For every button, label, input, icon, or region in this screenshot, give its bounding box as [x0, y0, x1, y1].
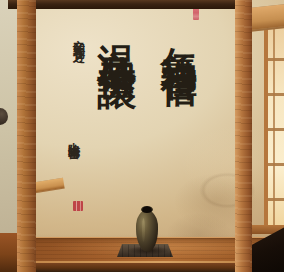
door-pull-handle — [0, 108, 8, 125]
calligraphy-column-left: 温良恭儉讓 — [95, 13, 141, 43]
ceramic-vase — [136, 210, 158, 252]
artist-seal-stamp — [73, 201, 83, 211]
calligraphy-signature: 山陰朱晞書 — [67, 133, 81, 138]
ceiling-beam — [8, 0, 238, 9]
alcove-room-photo: 仁義禮智信 温良恭儉讓 辛卯年初春之月 山陰朱晞書 — [0, 0, 284, 272]
left-floor-wood — [0, 233, 18, 272]
left-sliding-door — [0, 0, 18, 235]
window-lintel — [251, 4, 284, 31]
right-wood-post — [235, 0, 252, 272]
shoji-window — [264, 26, 284, 229]
left-wood-post — [17, 0, 36, 272]
calligraphy-column-right: 仁義禮智信 — [159, 19, 201, 49]
leading-seal-stamp — [193, 8, 199, 20]
calligraphy-date-inscription: 辛卯年初春之月 — [71, 30, 86, 44]
